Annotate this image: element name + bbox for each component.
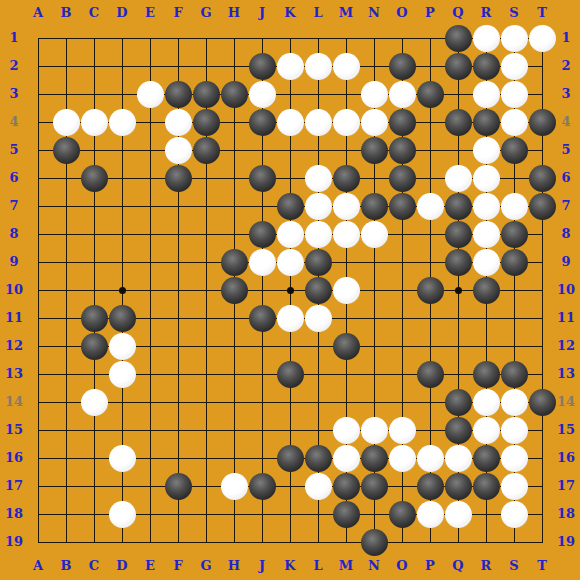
white-stone-Q6 (445, 165, 472, 192)
black-stone-R2 (473, 53, 500, 80)
white-stone-T1 (529, 25, 556, 52)
white-stone-D12 (109, 333, 136, 360)
black-stone-J6 (249, 165, 276, 192)
white-stone-B4 (53, 109, 80, 136)
white-stone-F4 (165, 109, 192, 136)
white-stone-L4 (305, 109, 332, 136)
black-stone-F3 (165, 81, 192, 108)
col-label-bottom-H: H (220, 553, 248, 579)
row-label-right-18: 18 (552, 501, 580, 527)
white-stone-P16 (417, 445, 444, 472)
row-label-left-12: 12 (0, 333, 28, 359)
row-label-right-8: 8 (552, 221, 580, 247)
black-stone-F17 (165, 473, 192, 500)
row-label-left-13: 13 (0, 361, 28, 387)
row-label-right-17: 17 (552, 473, 580, 499)
white-stone-R9 (473, 249, 500, 276)
white-stone-K9 (277, 249, 304, 276)
black-stone-J2 (249, 53, 276, 80)
white-stone-K4 (277, 109, 304, 136)
row-label-right-5: 5 (552, 137, 580, 163)
row-label-right-1: 1 (552, 25, 580, 51)
white-stone-M2 (333, 53, 360, 80)
white-stone-D18 (109, 501, 136, 528)
white-stone-H17 (221, 473, 248, 500)
white-stone-S15 (501, 417, 528, 444)
col-label-top-Q: Q (444, 0, 472, 26)
black-stone-P3 (417, 81, 444, 108)
white-stone-L7 (305, 193, 332, 220)
col-label-top-L: L (304, 0, 332, 26)
row-label-right-14: 14 (552, 389, 580, 415)
col-label-top-S: S (500, 0, 528, 26)
black-stone-K16 (277, 445, 304, 472)
black-stone-O5 (389, 137, 416, 164)
white-stone-N15 (361, 417, 388, 444)
row-label-right-19: 19 (552, 529, 580, 555)
black-stone-J8 (249, 221, 276, 248)
black-stone-R16 (473, 445, 500, 472)
white-stone-N3 (361, 81, 388, 108)
white-stone-R1 (473, 25, 500, 52)
black-stone-O2 (389, 53, 416, 80)
row-label-right-3: 3 (552, 81, 580, 107)
white-stone-J3 (249, 81, 276, 108)
white-stone-Q18 (445, 501, 472, 528)
white-stone-M7 (333, 193, 360, 220)
col-label-top-N: N (360, 0, 388, 26)
black-stone-M12 (333, 333, 360, 360)
row-label-left-14: 14 (0, 389, 28, 415)
white-stone-M15 (333, 417, 360, 444)
row-label-left-19: 19 (0, 529, 28, 555)
black-stone-C11 (81, 305, 108, 332)
white-stone-P18 (417, 501, 444, 528)
col-label-top-H: H (220, 0, 248, 26)
black-stone-P17 (417, 473, 444, 500)
white-stone-L17 (305, 473, 332, 500)
black-stone-N16 (361, 445, 388, 472)
black-stone-O18 (389, 501, 416, 528)
black-stone-C6 (81, 165, 108, 192)
white-stone-J9 (249, 249, 276, 276)
col-label-bottom-D: D (108, 553, 136, 579)
black-stone-Q2 (445, 53, 472, 80)
col-label-top-D: D (108, 0, 136, 26)
row-label-left-4: 4 (0, 109, 28, 135)
black-stone-T7 (529, 193, 556, 220)
col-label-bottom-R: R (472, 553, 500, 579)
white-stone-D13 (109, 361, 136, 388)
black-stone-P13 (417, 361, 444, 388)
star-point-K10 (287, 287, 294, 294)
black-stone-Q9 (445, 249, 472, 276)
white-stone-L2 (305, 53, 332, 80)
black-stone-O4 (389, 109, 416, 136)
black-stone-G4 (193, 109, 220, 136)
white-stone-C4 (81, 109, 108, 136)
col-label-bottom-B: B (52, 553, 80, 579)
black-stone-Q17 (445, 473, 472, 500)
col-label-bottom-E: E (136, 553, 164, 579)
white-stone-S14 (501, 389, 528, 416)
black-stone-Q14 (445, 389, 472, 416)
row-label-left-9: 9 (0, 249, 28, 275)
white-stone-O15 (389, 417, 416, 444)
col-label-top-R: R (472, 0, 500, 26)
black-stone-O7 (389, 193, 416, 220)
black-stone-L16 (305, 445, 332, 472)
col-label-bottom-F: F (164, 553, 192, 579)
white-stone-R15 (473, 417, 500, 444)
col-label-bottom-O: O (388, 553, 416, 579)
row-label-right-7: 7 (552, 193, 580, 219)
col-label-bottom-Q: Q (444, 553, 472, 579)
row-label-right-15: 15 (552, 417, 580, 443)
white-stone-M4 (333, 109, 360, 136)
go-board[interactable]: AABBCCDDEEFFGGHHJJKKLLMMNNOOPPQQRRSSTT11… (0, 0, 580, 580)
white-stone-R14 (473, 389, 500, 416)
black-stone-Q8 (445, 221, 472, 248)
black-stone-J4 (249, 109, 276, 136)
row-label-left-18: 18 (0, 501, 28, 527)
col-label-bottom-L: L (304, 553, 332, 579)
white-stone-N4 (361, 109, 388, 136)
row-label-right-13: 13 (552, 361, 580, 387)
row-label-left-16: 16 (0, 445, 28, 471)
black-stone-M18 (333, 501, 360, 528)
white-stone-C14 (81, 389, 108, 416)
white-stone-R5 (473, 137, 500, 164)
black-stone-J11 (249, 305, 276, 332)
col-label-bottom-J: J (248, 553, 276, 579)
row-label-left-2: 2 (0, 53, 28, 79)
white-stone-R6 (473, 165, 500, 192)
white-stone-D4 (109, 109, 136, 136)
black-stone-S8 (501, 221, 528, 248)
row-label-right-10: 10 (552, 277, 580, 303)
white-stone-E3 (137, 81, 164, 108)
row-label-right-16: 16 (552, 445, 580, 471)
col-label-top-F: F (164, 0, 192, 26)
col-label-bottom-C: C (80, 553, 108, 579)
col-label-bottom-T: T (528, 553, 556, 579)
white-stone-K11 (277, 305, 304, 332)
col-label-top-M: M (332, 0, 360, 26)
col-label-bottom-P: P (416, 553, 444, 579)
black-stone-Q4 (445, 109, 472, 136)
row-label-left-6: 6 (0, 165, 28, 191)
white-stone-D16 (109, 445, 136, 472)
white-stone-Q16 (445, 445, 472, 472)
white-stone-K2 (277, 53, 304, 80)
white-stone-S1 (501, 25, 528, 52)
col-label-top-B: B (52, 0, 80, 26)
black-stone-B5 (53, 137, 80, 164)
row-label-left-1: 1 (0, 25, 28, 51)
black-stone-R17 (473, 473, 500, 500)
black-stone-N5 (361, 137, 388, 164)
black-stone-H3 (221, 81, 248, 108)
row-label-right-6: 6 (552, 165, 580, 191)
black-stone-K13 (277, 361, 304, 388)
row-label-left-8: 8 (0, 221, 28, 247)
black-stone-Q7 (445, 193, 472, 220)
col-label-top-O: O (388, 0, 416, 26)
col-label-top-T: T (528, 0, 556, 26)
black-stone-S9 (501, 249, 528, 276)
col-label-top-A: A (24, 0, 52, 26)
black-stone-N17 (361, 473, 388, 500)
col-label-bottom-K: K (276, 553, 304, 579)
white-stone-M10 (333, 277, 360, 304)
white-stone-S16 (501, 445, 528, 472)
black-stone-M6 (333, 165, 360, 192)
black-stone-P10 (417, 277, 444, 304)
white-stone-S18 (501, 501, 528, 528)
col-label-bottom-M: M (332, 553, 360, 579)
col-label-top-E: E (136, 0, 164, 26)
black-stone-L9 (305, 249, 332, 276)
star-point-Q10 (455, 287, 462, 294)
white-stone-S7 (501, 193, 528, 220)
black-stone-T6 (529, 165, 556, 192)
row-label-left-15: 15 (0, 417, 28, 443)
white-stone-K8 (277, 221, 304, 248)
row-label-right-2: 2 (552, 53, 580, 79)
black-stone-N19 (361, 529, 388, 556)
black-stone-M17 (333, 473, 360, 500)
row-label-left-7: 7 (0, 193, 28, 219)
col-label-bottom-G: G (192, 553, 220, 579)
black-stone-F6 (165, 165, 192, 192)
black-stone-Q15 (445, 417, 472, 444)
white-stone-S17 (501, 473, 528, 500)
white-stone-S4 (501, 109, 528, 136)
black-stone-R13 (473, 361, 500, 388)
white-stone-L8 (305, 221, 332, 248)
row-label-right-9: 9 (552, 249, 580, 275)
row-label-left-10: 10 (0, 277, 28, 303)
row-label-left-17: 17 (0, 473, 28, 499)
row-label-left-11: 11 (0, 305, 28, 331)
white-stone-F5 (165, 137, 192, 164)
black-stone-S5 (501, 137, 528, 164)
col-label-bottom-N: N (360, 553, 388, 579)
black-stone-J17 (249, 473, 276, 500)
black-stone-L10 (305, 277, 332, 304)
white-stone-P7 (417, 193, 444, 220)
white-stone-O3 (389, 81, 416, 108)
black-stone-K7 (277, 193, 304, 220)
white-stone-O16 (389, 445, 416, 472)
black-stone-Q1 (445, 25, 472, 52)
white-stone-N8 (361, 221, 388, 248)
black-stone-N7 (361, 193, 388, 220)
row-label-right-11: 11 (552, 305, 580, 331)
row-label-left-5: 5 (0, 137, 28, 163)
row-label-right-12: 12 (552, 333, 580, 359)
black-stone-T4 (529, 109, 556, 136)
col-label-bottom-A: A (24, 553, 52, 579)
black-stone-S13 (501, 361, 528, 388)
col-label-top-J: J (248, 0, 276, 26)
black-stone-D11 (109, 305, 136, 332)
black-stone-O6 (389, 165, 416, 192)
black-stone-C12 (81, 333, 108, 360)
white-stone-R3 (473, 81, 500, 108)
white-stone-R7 (473, 193, 500, 220)
col-label-top-K: K (276, 0, 304, 26)
black-stone-G3 (193, 81, 220, 108)
black-stone-G5 (193, 137, 220, 164)
white-stone-M8 (333, 221, 360, 248)
col-label-top-P: P (416, 0, 444, 26)
black-stone-T14 (529, 389, 556, 416)
white-stone-L6 (305, 165, 332, 192)
white-stone-M16 (333, 445, 360, 472)
row-label-left-3: 3 (0, 81, 28, 107)
white-stone-S3 (501, 81, 528, 108)
black-stone-H9 (221, 249, 248, 276)
white-stone-L11 (305, 305, 332, 332)
white-stone-S2 (501, 53, 528, 80)
col-label-top-C: C (80, 0, 108, 26)
black-stone-H10 (221, 277, 248, 304)
white-stone-R8 (473, 221, 500, 248)
black-stone-R10 (473, 277, 500, 304)
col-label-bottom-S: S (500, 553, 528, 579)
col-label-top-G: G (192, 0, 220, 26)
black-stone-R4 (473, 109, 500, 136)
star-point-D10 (119, 287, 126, 294)
row-label-right-4: 4 (552, 109, 580, 135)
